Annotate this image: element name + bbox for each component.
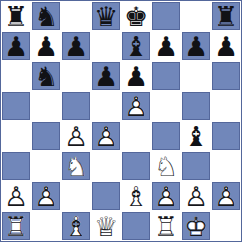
piece-body-layer: ♟: [151, 31, 181, 61]
piece-outline-layer: ♙: [32, 182, 60, 210]
piece-outline-layer: ♙: [212, 182, 240, 210]
piece-body-layer: ♟: [182, 32, 210, 60]
square-e2[interactable]: ♝♗: [121, 181, 151, 211]
square-b3[interactable]: [31, 151, 61, 181]
square-e4[interactable]: [121, 121, 151, 151]
piece-body-layer: ♟: [121, 61, 151, 91]
piece-outline-layer: ♙: [181, 181, 211, 211]
square-a1[interactable]: ♜♖: [1, 211, 31, 241]
white-pawn[interactable]: ♟♙: [212, 182, 240, 210]
square-c4[interactable]: ♟♙: [61, 121, 91, 151]
black-pawn[interactable]: ♟: [92, 62, 120, 90]
square-e3[interactable]: [121, 151, 151, 181]
piece-outline-layer: ♖: [151, 211, 181, 241]
white-rook[interactable]: ♜♖: [151, 211, 181, 241]
piece-outline-layer: ♘: [62, 152, 90, 180]
square-h1[interactable]: [211, 211, 241, 241]
square-c1[interactable]: ♝♗: [61, 211, 91, 241]
black-king[interactable]: ♚: [121, 1, 151, 31]
white-pawn[interactable]: ♟♙: [1, 181, 31, 211]
square-b5[interactable]: [31, 91, 61, 121]
piece-outline-layer: ♙: [92, 122, 120, 150]
square-f4[interactable]: [151, 121, 181, 151]
square-a4[interactable]: [1, 121, 31, 151]
white-bishop[interactable]: ♝♗: [121, 181, 151, 211]
black-rook[interactable]: ♜: [1, 1, 31, 31]
square-f5[interactable]: [151, 91, 181, 121]
square-d5[interactable]: [91, 91, 121, 121]
square-d1[interactable]: ♛♕: [91, 211, 121, 241]
black-knight[interactable]: ♞: [32, 2, 60, 30]
piece-body-layer: ♜: [1, 1, 31, 31]
square-e5[interactable]: ♟♙: [121, 91, 151, 121]
black-pawn[interactable]: ♟: [211, 31, 241, 61]
white-pawn[interactable]: ♟♙: [61, 121, 91, 151]
piece-outline-layer: ♖: [2, 212, 30, 240]
piece-body-layer: ♞: [32, 2, 60, 30]
square-d7[interactable]: [91, 31, 121, 61]
square-e6[interactable]: ♟: [121, 61, 151, 91]
chess-board: ♜♞♛♚♜♟♟♟♝♟♟♟♞♟♟♟♙♟♙♟♙♝♞♘♞♘♟♙♟♙♝♗♟♙♟♙♟♙♜♖…: [0, 0, 242, 242]
square-f6[interactable]: [151, 61, 181, 91]
square-g6[interactable]: [181, 61, 211, 91]
piece-body-layer: ♟: [2, 32, 30, 60]
piece-outline-layer: ♗: [121, 181, 151, 211]
piece-outline-layer: ♙: [1, 181, 31, 211]
white-king[interactable]: ♚♔: [182, 212, 210, 240]
square-f3[interactable]: ♞♘: [151, 151, 181, 181]
piece-body-layer: ♞: [32, 62, 60, 90]
white-bishop[interactable]: ♝♗: [62, 212, 90, 240]
white-pawn[interactable]: ♟♙: [181, 181, 211, 211]
black-pawn[interactable]: ♟: [182, 32, 210, 60]
square-b7[interactable]: ♟: [31, 31, 61, 61]
square-g5[interactable]: [181, 91, 211, 121]
square-a8[interactable]: ♜: [1, 1, 31, 31]
square-b4[interactable]: [31, 121, 61, 151]
white-knight[interactable]: ♞♘: [62, 152, 90, 180]
square-e7[interactable]: ♝: [121, 31, 151, 61]
square-h3[interactable]: [211, 151, 241, 181]
piece-outline-layer: ♘: [151, 151, 181, 181]
square-c3[interactable]: ♞♘: [61, 151, 91, 181]
piece-body-layer: ♟: [62, 32, 90, 60]
white-pawn[interactable]: ♟♙: [122, 92, 150, 120]
white-pawn[interactable]: ♟♙: [152, 182, 180, 210]
square-c6[interactable]: [61, 61, 91, 91]
square-c7[interactable]: ♟: [61, 31, 91, 61]
white-rook[interactable]: ♜♖: [2, 212, 30, 240]
square-g3[interactable]: [181, 151, 211, 181]
square-b8[interactable]: ♞: [31, 1, 61, 31]
piece-body-layer: ♛: [92, 2, 120, 30]
square-d6[interactable]: ♟: [91, 61, 121, 91]
white-knight[interactable]: ♞♘: [151, 151, 181, 181]
piece-body-layer: ♟: [31, 31, 61, 61]
black-knight[interactable]: ♞: [32, 62, 60, 90]
piece-outline-layer: ♗: [62, 212, 90, 240]
piece-body-layer: ♟: [211, 31, 241, 61]
square-f1[interactable]: ♜♖: [151, 211, 181, 241]
black-queen[interactable]: ♛: [92, 2, 120, 30]
piece-outline-layer: ♙: [152, 182, 180, 210]
square-a6[interactable]: [1, 61, 31, 91]
square-g2[interactable]: ♟♙: [181, 181, 211, 211]
square-b1[interactable]: [31, 211, 61, 241]
square-a3[interactable]: [1, 151, 31, 181]
square-f8[interactable]: [151, 1, 181, 31]
square-a5[interactable]: [1, 91, 31, 121]
square-h5[interactable]: [211, 91, 241, 121]
black-pawn[interactable]: ♟: [31, 31, 61, 61]
square-b2[interactable]: ♟♙: [31, 181, 61, 211]
square-h8[interactable]: ♜: [211, 1, 241, 31]
piece-outline-layer: ♙: [61, 121, 91, 151]
white-queen[interactable]: ♛♕: [91, 211, 121, 241]
square-e1[interactable]: [121, 211, 151, 241]
black-bishop[interactable]: ♝: [122, 32, 150, 60]
square-g7[interactable]: ♟: [181, 31, 211, 61]
square-f7[interactable]: ♟: [151, 31, 181, 61]
square-c5[interactable]: [61, 91, 91, 121]
piece-outline-layer: ♕: [91, 211, 121, 241]
square-d2[interactable]: [91, 181, 121, 211]
white-pawn[interactable]: ♟♙: [92, 122, 120, 150]
square-f2[interactable]: ♟♙: [151, 181, 181, 211]
square-e8[interactable]: ♚: [121, 1, 151, 31]
square-h2[interactable]: ♟♙: [211, 181, 241, 211]
black-pawn[interactable]: ♟: [62, 32, 90, 60]
square-c8[interactable]: [61, 1, 91, 31]
piece-body-layer: ♝: [181, 121, 211, 151]
square-h4[interactable]: [211, 121, 241, 151]
piece-outline-layer: ♔: [182, 212, 210, 240]
square-c2[interactable]: [61, 181, 91, 211]
square-d3[interactable]: [91, 151, 121, 181]
white-pawn[interactable]: ♟♙: [32, 182, 60, 210]
piece-body-layer: ♝: [122, 32, 150, 60]
black-pawn[interactable]: ♟: [151, 31, 181, 61]
black-pawn[interactable]: ♟: [121, 61, 151, 91]
piece-body-layer: ♜: [212, 2, 240, 30]
square-g4[interactable]: ♝: [181, 121, 211, 151]
black-pawn[interactable]: ♟: [2, 32, 30, 60]
square-h7[interactable]: ♟: [211, 31, 241, 61]
black-bishop[interactable]: ♝: [181, 121, 211, 151]
square-g1[interactable]: ♚♔: [181, 211, 211, 241]
piece-body-layer: ♟: [92, 62, 120, 90]
square-a7[interactable]: ♟: [1, 31, 31, 61]
square-g8[interactable]: [181, 1, 211, 31]
piece-outline-layer: ♙: [122, 92, 150, 120]
piece-body-layer: ♚: [121, 1, 151, 31]
square-a2[interactable]: ♟♙: [1, 181, 31, 211]
square-d4[interactable]: ♟♙: [91, 121, 121, 151]
black-rook[interactable]: ♜: [212, 2, 240, 30]
square-d8[interactable]: ♛: [91, 1, 121, 31]
square-b6[interactable]: ♞: [31, 61, 61, 91]
square-h6[interactable]: [211, 61, 241, 91]
